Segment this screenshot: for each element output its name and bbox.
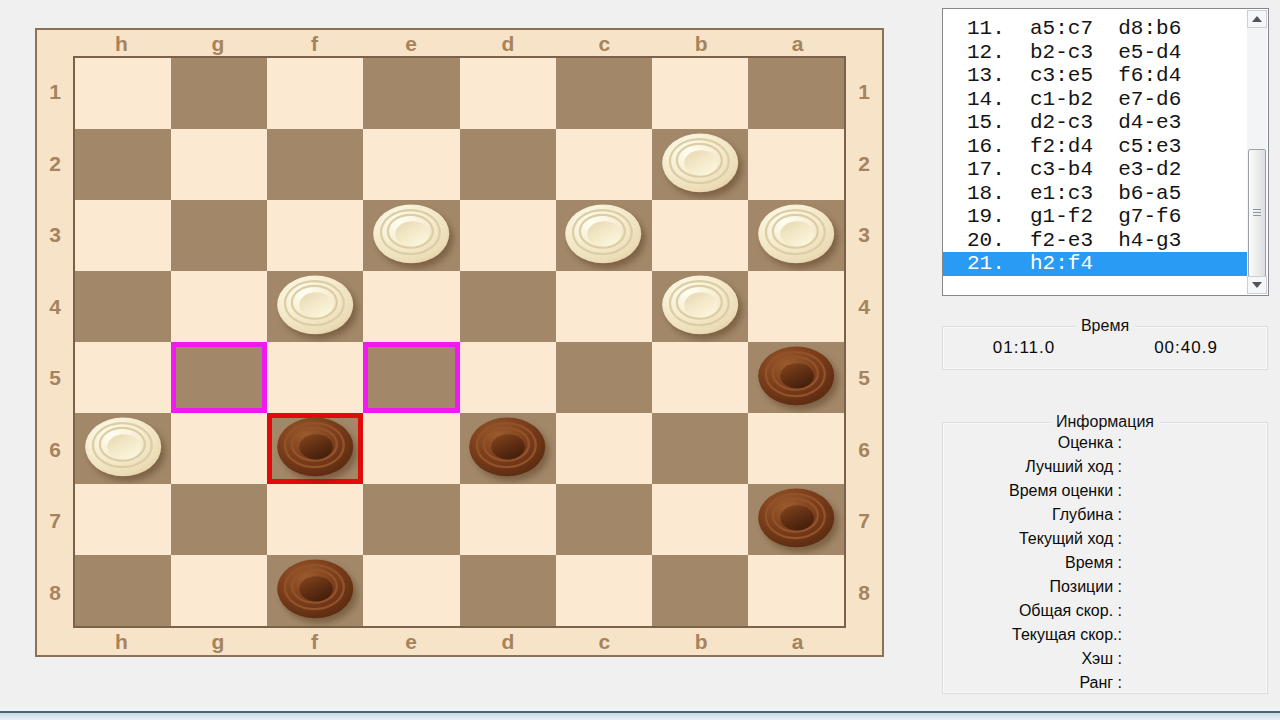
rank-label-6: 6: [846, 414, 882, 486]
square-f3[interactable]: [267, 200, 363, 271]
window-bottom-edge: [0, 708, 1280, 720]
move-row-20[interactable]: 20. f2-e3 h4-g3: [943, 229, 1247, 253]
square-f5[interactable]: [267, 342, 363, 413]
rank-label-2: 2: [37, 128, 73, 200]
black-piece[interactable]: [271, 556, 359, 623]
move-row-13[interactable]: 13. c3:e5 f6:d4: [943, 64, 1247, 88]
rank-label-6: 6: [37, 414, 73, 486]
white-piece[interactable]: [271, 272, 359, 339]
info-panel: Информация Оценка :Лучший ход :Время оце…: [942, 422, 1268, 694]
move-row-19[interactable]: 19. g1-f2 g7-f6: [943, 205, 1247, 229]
square-a5[interactable]: [748, 342, 844, 413]
square-e8[interactable]: [363, 555, 459, 626]
file-label-b: b: [653, 628, 750, 655]
move-list-scrollbar[interactable]: [1247, 10, 1267, 294]
file-label-c: c: [556, 30, 653, 56]
square-g6[interactable]: [171, 413, 267, 484]
black-piece[interactable]: [271, 414, 359, 481]
info-panel-labels: Оценка :Лучший ход :Время оценки :Глубин…: [943, 431, 1122, 695]
file-label-e: e: [363, 628, 460, 655]
square-c3[interactable]: [556, 200, 652, 271]
square-b5[interactable]: [652, 342, 748, 413]
move-row-18[interactable]: 18. e1:c3 b6-a5: [943, 182, 1247, 206]
square-f8[interactable]: [267, 555, 363, 626]
square-d5[interactable]: [460, 342, 556, 413]
square-b7[interactable]: [652, 484, 748, 555]
square-a4[interactable]: [748, 271, 844, 342]
frame-corner: [37, 30, 73, 56]
file-label-b: b: [653, 30, 750, 56]
square-c2[interactable]: [556, 129, 652, 200]
rank-labels-left: 12345678: [37, 56, 73, 628]
square-h6[interactable]: [75, 413, 171, 484]
rank-label-5: 5: [37, 342, 73, 414]
rank-label-3: 3: [846, 199, 882, 271]
square-f1[interactable]: [267, 58, 363, 129]
square-g7[interactable]: [171, 484, 267, 555]
info-field-label: Глубина :: [943, 503, 1122, 527]
rank-labels-right: 12345678: [846, 56, 882, 628]
time-panel: Время 01:11.0 00:40.9: [942, 326, 1268, 370]
info-field-label: Позиции :: [943, 575, 1122, 599]
file-label-a: a: [749, 30, 846, 56]
black-piece[interactable]: [752, 485, 840, 552]
square-d2[interactable]: [460, 129, 556, 200]
square-g3[interactable]: [171, 200, 267, 271]
white-piece[interactable]: [656, 130, 744, 197]
file-label-f: f: [266, 30, 363, 56]
white-piece[interactable]: [79, 414, 167, 481]
square-d4[interactable]: [460, 271, 556, 342]
square-c6[interactable]: [556, 413, 652, 484]
move-row-14[interactable]: 14. c1-b2 e7-d6: [943, 88, 1247, 112]
file-label-e: e: [363, 30, 460, 56]
file-label-g: g: [170, 628, 267, 655]
white-piece[interactable]: [559, 201, 647, 268]
white-clock: 01:11.0: [943, 338, 1105, 358]
white-piece[interactable]: [656, 272, 744, 339]
move-row-15[interactable]: 15. d2-c3 d4-e3: [943, 111, 1247, 135]
square-a8[interactable]: [748, 555, 844, 626]
square-b1[interactable]: [652, 58, 748, 129]
square-d3[interactable]: [460, 200, 556, 271]
square-d1[interactable]: [460, 58, 556, 129]
black-clock: 00:40.9: [1105, 338, 1267, 358]
square-h4[interactable]: [75, 271, 171, 342]
square-b2[interactable]: [652, 129, 748, 200]
square-f7[interactable]: [267, 484, 363, 555]
square-f2[interactable]: [267, 129, 363, 200]
move-row-21[interactable]: 21. h2:f4: [943, 252, 1247, 276]
frame-corner: [846, 30, 882, 56]
file-label-c: c: [556, 628, 653, 655]
board-grid: [75, 58, 844, 626]
scrollbar-down-button[interactable]: [1247, 276, 1267, 294]
square-b8[interactable]: [652, 555, 748, 626]
move-list-rows: 11. a5:c7 d8:b612. b2-c3 e5-d413. c3:e5 …: [943, 17, 1247, 276]
info-field-label: Лучший ход :: [943, 455, 1122, 479]
square-b4[interactable]: [652, 271, 748, 342]
square-h2[interactable]: [75, 129, 171, 200]
black-piece[interactable]: [752, 343, 840, 410]
square-c4[interactable]: [556, 271, 652, 342]
move-row-11[interactable]: 11. a5:c7 d8:b6: [943, 17, 1247, 41]
square-g4[interactable]: [171, 271, 267, 342]
frame-corner: [846, 628, 882, 655]
rank-label-4: 4: [846, 271, 882, 343]
square-c5[interactable]: [556, 342, 652, 413]
square-b3[interactable]: [652, 200, 748, 271]
rank-label-8: 8: [37, 557, 73, 629]
file-labels-bottom: hgfedcba: [73, 628, 846, 655]
file-label-h: h: [73, 30, 170, 56]
arrow-down-icon: [1252, 282, 1262, 288]
file-labels-top: hgfedcba: [73, 30, 846, 56]
square-h8[interactable]: [75, 555, 171, 626]
scrollbar-up-button[interactable]: [1247, 10, 1267, 28]
info-field-label: Текущий ход :: [943, 527, 1122, 551]
rank-label-4: 4: [37, 271, 73, 343]
square-h1[interactable]: [75, 58, 171, 129]
file-label-d: d: [460, 30, 557, 56]
square-a1[interactable]: [748, 58, 844, 129]
square-d7[interactable]: [460, 484, 556, 555]
info-field-label: Оценка :: [943, 431, 1122, 455]
move-row-17[interactable]: 17. c3-b4 e3-d2: [943, 158, 1247, 182]
square-a2[interactable]: [748, 129, 844, 200]
square-d8[interactable]: [460, 555, 556, 626]
square-a7[interactable]: [748, 484, 844, 555]
move-row-16[interactable]: 16. f2:d4 c5:e3: [943, 135, 1247, 159]
file-label-h: h: [73, 628, 170, 655]
file-label-d: d: [460, 628, 557, 655]
info-field-label: Ранг :: [943, 671, 1122, 695]
square-e4[interactable]: [363, 271, 459, 342]
square-g2[interactable]: [171, 129, 267, 200]
file-label-f: f: [266, 628, 363, 655]
info-field-label: Время оценки :: [943, 479, 1122, 503]
scrollbar-grip-icon: [1253, 209, 1261, 217]
checkers-board: hgfedcba 12345678 12345678 hgfedcba: [35, 28, 884, 657]
move-list[interactable]: 11. a5:c7 d8:b612. b2-c3 e5-d413. c3:e5 …: [942, 8, 1269, 296]
rank-label-1: 1: [846, 56, 882, 128]
square-b6[interactable]: [652, 413, 748, 484]
white-piece[interactable]: [367, 201, 455, 268]
board-grid-border: [73, 56, 846, 628]
arrow-up-icon: [1252, 16, 1262, 22]
bottom-edge-glass: [0, 713, 1280, 720]
square-g1[interactable]: [171, 58, 267, 129]
info-field-label: Хэш :: [943, 647, 1122, 671]
square-c7[interactable]: [556, 484, 652, 555]
square-e3[interactable]: [363, 200, 459, 271]
white-piece[interactable]: [752, 201, 840, 268]
square-c1[interactable]: [556, 58, 652, 129]
file-label-a: a: [749, 628, 846, 655]
square-h7[interactable]: [75, 484, 171, 555]
square-e1[interactable]: [363, 58, 459, 129]
square-h5[interactable]: [75, 342, 171, 413]
rank-label-2: 2: [846, 128, 882, 200]
rank-label-3: 3: [37, 199, 73, 271]
info-field-label: Общая скор. :: [943, 599, 1122, 623]
square-f6[interactable]: [267, 413, 363, 484]
square-f4[interactable]: [267, 271, 363, 342]
square-e2[interactable]: [363, 129, 459, 200]
black-piece[interactable]: [463, 414, 551, 481]
frame-corner: [37, 628, 73, 655]
rank-label-7: 7: [846, 485, 882, 557]
square-h3[interactable]: [75, 200, 171, 271]
rank-label-5: 5: [846, 342, 882, 414]
square-a6[interactable]: [748, 413, 844, 484]
square-g5[interactable]: [171, 342, 267, 413]
info-panel-title: Информация: [943, 413, 1267, 431]
file-label-g: g: [170, 30, 267, 56]
square-g8[interactable]: [171, 555, 267, 626]
rank-label-7: 7: [37, 485, 73, 557]
move-row-12[interactable]: 12. b2-c3 e5-d4: [943, 41, 1247, 65]
checkers-engine-window: { "game": "checkers", "variant": "Russia…: [0, 0, 1280, 720]
info-field-label: Время :: [943, 551, 1122, 575]
square-d6[interactable]: [460, 413, 556, 484]
square-c8[interactable]: [556, 555, 652, 626]
square-e6[interactable]: [363, 413, 459, 484]
info-field-label: Текущая скор.:: [943, 623, 1122, 647]
square-e7[interactable]: [363, 484, 459, 555]
rank-label-8: 8: [846, 557, 882, 629]
square-a3[interactable]: [748, 200, 844, 271]
rank-label-1: 1: [37, 56, 73, 128]
scrollbar-thumb[interactable]: [1248, 149, 1266, 277]
square-e5[interactable]: [363, 342, 459, 413]
